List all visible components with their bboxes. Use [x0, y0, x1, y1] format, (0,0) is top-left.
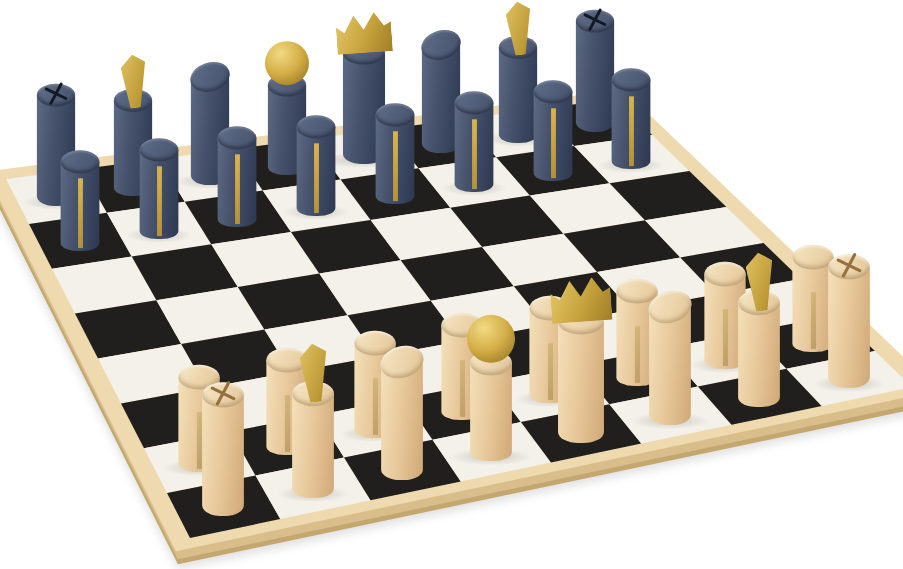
piece-body — [558, 322, 604, 443]
piece-black-pawn-f7[interactable] — [454, 91, 493, 192]
piece-top — [612, 68, 651, 91]
piece-white-rook-a1[interactable] — [202, 383, 244, 517]
piece-black-pawn-e7[interactable] — [376, 103, 415, 204]
gold-stripe — [472, 120, 477, 190]
gold-stripe — [235, 155, 240, 225]
piece-white-knight-g1[interactable] — [739, 252, 781, 407]
piece-black-rook-h8[interactable] — [576, 10, 614, 132]
gold-ball — [265, 41, 309, 85]
gold-crown — [549, 276, 613, 326]
piece-body — [381, 363, 423, 480]
piece-white-queen-d1[interactable] — [467, 315, 515, 461]
gold-stripe — [78, 178, 83, 248]
gold-stripe — [314, 143, 319, 213]
piece-top — [533, 80, 572, 103]
piece-white-bishop-c1[interactable] — [379, 338, 425, 480]
gold-stripe — [157, 166, 162, 236]
piece-body — [202, 395, 244, 516]
pieces-layer — [0, 0, 903, 569]
piece-black-knight-g8[interactable] — [499, 1, 537, 142]
gold-stripe — [723, 309, 728, 366]
gold-stripe — [810, 292, 815, 349]
piece-top — [454, 91, 493, 114]
piece-top — [792, 244, 833, 269]
gold-stripe — [285, 395, 290, 452]
piece-body — [828, 267, 870, 388]
piece-black-pawn-a7[interactable] — [61, 150, 100, 251]
piece-black-pawn-b7[interactable] — [139, 138, 178, 239]
gold-crown — [335, 11, 393, 57]
piece-white-pawn-h2[interactable] — [792, 244, 833, 351]
piece-black-pawn-h7[interactable] — [612, 68, 651, 169]
piece-top — [139, 138, 178, 161]
piece-top — [297, 115, 336, 138]
piece-black-pawn-c7[interactable] — [218, 126, 257, 227]
piece-body — [576, 21, 614, 132]
piece-body — [649, 308, 691, 425]
gold-stripe — [393, 131, 398, 201]
gold-stripe — [372, 378, 377, 435]
gold-stripe — [460, 361, 465, 418]
piece-body — [739, 302, 781, 406]
piece-top — [376, 103, 415, 126]
piece-body — [499, 47, 537, 143]
piece-body — [292, 394, 334, 498]
piece-black-pawn-g7[interactable] — [533, 80, 572, 181]
piece-black-pawn-d7[interactable] — [297, 115, 336, 216]
piece-body — [470, 363, 512, 461]
piece-top — [61, 150, 100, 173]
gold-stripe — [629, 96, 634, 166]
piece-white-king-e1[interactable] — [549, 278, 612, 443]
gold-stripe — [635, 326, 640, 383]
piece-white-bishop-f1[interactable] — [647, 283, 693, 425]
chess-set-photo — [0, 0, 903, 569]
piece-white-knight-b1[interactable] — [292, 344, 334, 499]
gold-stripe — [551, 108, 556, 178]
piece-white-rook-h1[interactable] — [828, 255, 870, 389]
